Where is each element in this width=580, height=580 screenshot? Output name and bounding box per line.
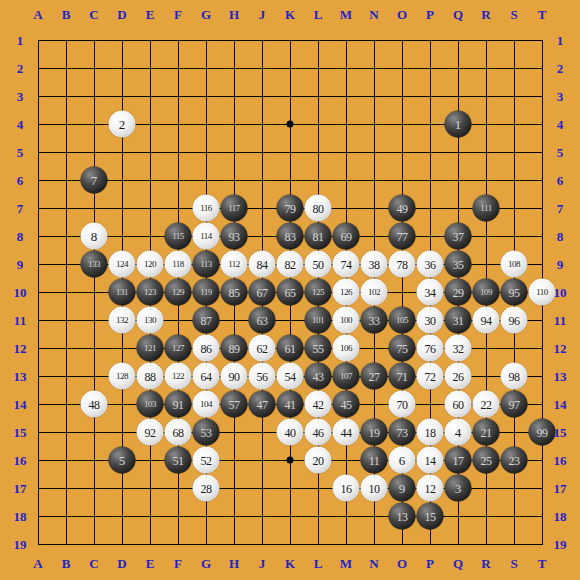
stone-black-9-O17: 9 [389,475,416,502]
stone-white-90-H13: 90 [221,363,248,390]
stone-move-number: 28 [201,482,212,494]
stone-move-number: 86 [201,342,212,354]
stone-move-number: 71 [397,370,408,382]
stone-move-number: 65 [285,286,296,298]
stone-black-3-Q17: 3 [445,475,472,502]
stone-move-number: 101 [312,316,324,325]
stone-move-number: 26 [453,370,464,382]
coord-label-col-bottom-A: A [33,557,42,570]
stone-white-60-Q14: 60 [445,391,472,418]
stone-move-number: 89 [229,342,240,354]
stone-move-number: 107 [340,372,352,381]
stone-black-27-N13: 27 [361,363,388,390]
stone-white-10-N17: 10 [361,475,388,502]
stone-move-number: 132 [116,316,128,325]
coord-label-row-right-5: 5 [557,146,564,159]
stone-move-number: 55 [313,342,324,354]
stone-white-46-L15: 46 [305,419,332,446]
stone-black-131-D10: 131 [109,279,136,306]
stone-move-number: 56 [257,370,268,382]
stone-move-number: 19 [369,426,380,438]
stone-black-127-F12: 127 [165,335,192,362]
stone-move-number: 57 [229,398,240,410]
stone-move-number: 46 [313,426,324,438]
stone-move-number: 103 [144,400,156,409]
stone-black-25-R16: 25 [473,447,500,474]
stone-white-92-E15: 92 [137,419,164,446]
stone-white-76-P12: 76 [417,335,444,362]
stone-black-7-C6: 7 [81,167,108,194]
stone-move-number: 23 [509,454,520,466]
stone-white-6-O16: 6 [389,447,416,474]
stone-white-28-G17: 28 [193,475,220,502]
stone-move-number: 52 [201,454,212,466]
stone-move-number: 78 [397,258,408,270]
stone-white-126-M10: 126 [333,279,360,306]
stone-black-89-H12: 89 [221,335,248,362]
stone-move-number: 13 [397,510,408,522]
coord-label-row-right-16: 16 [554,454,567,467]
coord-label-row-left-7: 7 [17,202,24,215]
stone-white-20-L16: 20 [305,447,332,474]
stone-move-number: 12 [425,482,436,494]
stone-move-number: 95 [509,286,520,298]
stone-move-number: 11 [369,454,380,466]
stone-white-100-M11: 100 [333,307,360,334]
coord-label-col-top-H: H [229,8,239,21]
stone-move-number: 76 [425,342,436,354]
stone-black-91-F14: 91 [165,391,192,418]
stone-black-41-K14: 41 [277,391,304,418]
stone-move-number: 84 [257,258,268,270]
stone-move-number: 60 [453,398,464,410]
stone-move-number: 4 [455,426,462,439]
stone-white-84-J9: 84 [249,251,276,278]
stone-move-number: 87 [201,314,212,326]
stone-move-number: 62 [257,342,268,354]
stone-black-47-J14: 47 [249,391,276,418]
stone-move-number: 33 [369,314,380,326]
stone-move-number: 67 [257,286,268,298]
stone-move-number: 93 [229,230,240,242]
stone-black-51-F16: 51 [165,447,192,474]
coord-label-row-right-1: 1 [557,34,564,47]
stone-black-35-Q9: 35 [445,251,472,278]
stone-move-number: 51 [173,454,184,466]
coord-label-col-top-S: S [510,8,517,21]
coord-label-col-top-O: O [397,8,407,21]
stone-move-number: 100 [340,316,352,325]
stone-black-1-Q4: 1 [445,111,472,138]
stone-white-106-M12: 106 [333,335,360,362]
coord-label-row-right-11: 11 [554,314,566,327]
stone-black-73-O15: 73 [389,419,416,446]
stone-white-82-K9: 82 [277,251,304,278]
stone-move-number: 123 [144,288,156,297]
stone-move-number: 106 [340,344,352,353]
stone-move-number: 3 [455,482,462,495]
stone-move-number: 97 [509,398,520,410]
stone-black-21-R15: 21 [473,419,500,446]
stone-move-number: 119 [200,288,212,297]
stone-black-31-Q11: 31 [445,307,472,334]
coord-label-col-bottom-C: C [89,557,98,570]
stone-move-number: 91 [173,398,184,410]
coord-label-row-right-3: 3 [557,90,564,103]
stone-black-75-O12: 75 [389,335,416,362]
coord-label-col-bottom-F: F [174,557,182,570]
coord-label-col-top-C: C [89,8,98,21]
coord-label-col-top-M: M [340,8,352,21]
stone-move-number: 37 [453,230,464,242]
stone-black-111-R7: 111 [473,195,500,222]
coord-label-row-right-4: 4 [557,118,564,131]
stone-move-number: 6 [399,454,406,467]
stone-move-number: 74 [341,258,352,270]
stone-black-105-O11: 105 [389,307,416,334]
stone-black-119-G10: 119 [193,279,220,306]
coord-label-col-top-N: N [369,8,378,21]
coord-label-row-right-18: 18 [554,510,567,523]
go-board-page: AABBCCDDEEFFGGHHJJKKLLMMNNOOPPQQRRSSTT11… [0,0,580,580]
stone-black-101-L11: 101 [305,307,332,334]
stone-black-69-M8: 69 [333,223,360,250]
stone-white-8-C8: 8 [81,223,108,250]
stone-white-70-O14: 70 [389,391,416,418]
stone-move-number: 108 [508,260,520,269]
stone-move-number: 79 [285,202,296,214]
stone-move-number: 54 [285,370,296,382]
stone-black-61-K12: 61 [277,335,304,362]
stone-move-number: 133 [88,260,100,269]
stone-white-116-G7: 116 [193,195,220,222]
stone-move-number: 131 [116,288,128,297]
coord-label-row-right-14: 14 [554,398,567,411]
stone-move-number: 112 [228,260,240,269]
stone-move-number: 29 [453,286,464,298]
stone-white-4-Q15: 4 [445,419,472,446]
coord-label-col-top-Q: Q [453,8,463,21]
coord-label-col-bottom-J: J [259,557,266,570]
stone-white-122-F13: 122 [165,363,192,390]
coord-label-row-left-2: 2 [17,62,24,75]
stone-move-number: 124 [116,260,128,269]
stone-black-15-P18: 15 [417,503,444,530]
coord-label-col-top-R: R [481,8,490,21]
coord-label-row-left-10: 10 [14,286,27,299]
stone-move-number: 121 [144,344,156,353]
stone-move-number: 77 [397,230,408,242]
stone-move-number: 130 [144,316,156,325]
stone-move-number: 42 [313,398,324,410]
coord-label-row-right-7: 7 [557,202,564,215]
coord-label-row-left-9: 9 [17,258,24,271]
stone-move-number: 16 [341,482,352,494]
coord-label-col-bottom-B: B [62,557,71,570]
stone-move-number: 7 [91,174,98,187]
stone-white-114-G8: 114 [193,223,220,250]
stone-move-number: 36 [425,258,436,270]
star-point-K4 [287,121,294,128]
coord-label-col-bottom-H: H [229,557,239,570]
coord-label-col-bottom-N: N [369,557,378,570]
coord-label-row-left-12: 12 [14,342,27,355]
coord-label-col-top-K: K [285,8,295,21]
stone-move-number: 53 [201,426,212,438]
coord-label-row-left-3: 3 [17,90,24,103]
coord-label-row-left-11: 11 [14,314,26,327]
stone-move-number: 41 [285,398,296,410]
stone-white-38-N9: 38 [361,251,388,278]
stone-move-number: 10 [369,482,380,494]
stone-move-number: 25 [481,454,492,466]
stone-move-number: 2 [119,118,126,131]
coord-label-row-left-5: 5 [17,146,24,159]
stone-move-number: 81 [313,230,324,242]
stone-move-number: 88 [145,370,156,382]
stone-white-88-E13: 88 [137,363,164,390]
stone-black-63-J11: 63 [249,307,276,334]
coord-label-row-left-4: 4 [17,118,24,131]
stone-white-22-R14: 22 [473,391,500,418]
stone-white-30-P11: 30 [417,307,444,334]
coord-label-col-bottom-R: R [481,557,490,570]
coord-label-col-bottom-M: M [340,557,352,570]
coord-label-col-top-G: G [201,8,211,21]
coord-label-row-right-13: 13 [554,370,567,383]
stone-black-133-C9: 133 [81,251,108,278]
coord-label-col-top-E: E [146,8,155,21]
stone-white-62-J12: 62 [249,335,276,362]
coord-label-col-bottom-O: O [397,557,407,570]
coord-label-col-bottom-P: P [426,557,434,570]
stone-move-number: 98 [509,370,520,382]
stone-white-120-E9: 120 [137,251,164,278]
coord-label-row-right-9: 9 [557,258,564,271]
coord-label-row-left-16: 16 [14,454,27,467]
stone-black-65-K10: 65 [277,279,304,306]
stone-black-17-Q16: 17 [445,447,472,474]
stone-move-number: 8 [91,230,98,243]
stone-move-number: 15 [425,510,436,522]
stone-move-number: 48 [89,398,100,410]
stone-move-number: 114 [200,232,212,241]
stone-move-number: 116 [200,204,212,213]
stone-black-79-K7: 79 [277,195,304,222]
coord-label-col-top-P: P [426,8,434,21]
stone-white-128-D13: 128 [109,363,136,390]
stone-move-number: 92 [145,426,156,438]
stone-white-74-M9: 74 [333,251,360,278]
stone-white-86-G12: 86 [193,335,220,362]
stone-white-40-K15: 40 [277,419,304,446]
stone-move-number: 99 [537,426,548,438]
coord-label-col-top-J: J [259,8,266,21]
stone-move-number: 1 [455,118,462,131]
stone-move-number: 82 [285,258,296,270]
stone-move-number: 70 [397,398,408,410]
stone-white-12-P17: 12 [417,475,444,502]
stone-white-118-F9: 118 [165,251,192,278]
coord-label-col-bottom-S: S [510,557,517,570]
stone-black-95-S10: 95 [501,279,528,306]
stone-move-number: 109 [480,288,492,297]
stone-move-number: 44 [341,426,352,438]
coord-label-row-left-18: 18 [14,510,27,523]
stone-move-number: 68 [173,426,184,438]
stone-move-number: 128 [116,372,128,381]
stone-black-115-F8: 115 [165,223,192,250]
stone-black-121-E12: 121 [137,335,164,362]
stone-move-number: 126 [340,288,352,297]
coord-label-col-bottom-L: L [314,557,323,570]
coord-label-row-left-6: 6 [17,174,24,187]
stone-move-number: 27 [369,370,380,382]
stone-move-number: 115 [172,232,184,241]
stone-black-93-H8: 93 [221,223,248,250]
stone-white-16-M17: 16 [333,475,360,502]
stone-move-number: 14 [425,454,436,466]
stone-move-number: 69 [341,230,352,242]
coord-label-col-bottom-K: K [285,557,295,570]
stone-black-129-F10: 129 [165,279,192,306]
stone-move-number: 122 [172,372,184,381]
coord-label-row-right-12: 12 [554,342,567,355]
stone-black-29-Q10: 29 [445,279,472,306]
coord-label-col-bottom-Q: Q [453,557,463,570]
stone-move-number: 90 [229,370,240,382]
coord-label-row-right-8: 8 [557,230,564,243]
star-point-K16 [287,457,294,464]
stone-move-number: 111 [480,204,491,213]
stone-black-103-E14: 103 [137,391,164,418]
stone-white-48-C14: 48 [81,391,108,418]
stone-black-13-O18: 13 [389,503,416,530]
stone-black-55-L12: 55 [305,335,332,362]
stone-move-number: 113 [200,260,212,269]
stone-white-68-F15: 68 [165,419,192,446]
stone-white-2-D4: 2 [109,111,136,138]
stone-move-number: 43 [313,370,324,382]
stone-white-64-G13: 64 [193,363,220,390]
stone-white-42-L14: 42 [305,391,332,418]
coord-label-row-left-19: 19 [14,538,27,551]
stone-move-number: 80 [313,202,324,214]
coord-label-col-bottom-G: G [201,557,211,570]
stone-move-number: 83 [285,230,296,242]
stone-move-number: 96 [509,314,520,326]
stone-move-number: 104 [200,400,212,409]
stone-white-98-S13: 98 [501,363,528,390]
coord-label-row-left-14: 14 [14,398,27,411]
stone-white-34-P10: 34 [417,279,444,306]
stone-move-number: 94 [481,314,492,326]
stone-black-99-T15: 99 [529,419,556,446]
stone-white-124-D9: 124 [109,251,136,278]
stone-move-number: 18 [425,426,436,438]
stone-move-number: 32 [453,342,464,354]
stone-white-52-G16: 52 [193,447,220,474]
coord-label-col-bottom-E: E [146,557,155,570]
coord-label-row-left-8: 8 [17,230,24,243]
stone-move-number: 5 [119,454,126,467]
stone-move-number: 9 [399,482,406,495]
stone-move-number: 75 [397,342,408,354]
stone-black-45-M14: 45 [333,391,360,418]
stone-black-43-L13: 43 [305,363,332,390]
stone-black-67-J10: 67 [249,279,276,306]
coord-label-col-bottom-D: D [117,557,126,570]
stone-move-number: 31 [453,314,464,326]
stone-black-107-M13: 107 [333,363,360,390]
stone-white-104-G14: 104 [193,391,220,418]
coord-label-row-right-19: 19 [554,538,567,551]
stone-move-number: 17 [453,454,464,466]
coord-label-col-top-L: L [314,8,323,21]
stone-black-81-L8: 81 [305,223,332,250]
coord-label-row-left-1: 1 [17,34,24,47]
stone-black-11-N16: 11 [361,447,388,474]
stone-move-number: 117 [228,204,240,213]
stone-move-number: 61 [285,342,296,354]
stone-move-number: 102 [368,288,380,297]
stone-white-110-T10: 110 [529,279,556,306]
stone-white-96-S11: 96 [501,307,528,334]
coord-label-row-right-2: 2 [557,62,564,75]
coord-label-col-top-T: T [538,8,547,21]
stone-white-112-H9: 112 [221,251,248,278]
stone-move-number: 63 [257,314,268,326]
stone-black-85-H10: 85 [221,279,248,306]
stone-black-77-O8: 77 [389,223,416,250]
coord-label-row-left-17: 17 [14,482,27,495]
stone-white-80-L7: 80 [305,195,332,222]
stone-white-102-N10: 102 [361,279,388,306]
stone-white-108-S9: 108 [501,251,528,278]
coord-label-col-bottom-T: T [538,557,547,570]
stone-move-number: 22 [481,398,492,410]
stone-move-number: 45 [341,398,352,410]
stone-move-number: 30 [425,314,436,326]
stone-move-number: 35 [453,258,464,270]
stone-white-56-J13: 56 [249,363,276,390]
stone-black-113-G9: 113 [193,251,220,278]
stone-white-50-L9: 50 [305,251,332,278]
stone-move-number: 125 [312,288,324,297]
stone-black-109-R10: 109 [473,279,500,306]
stone-move-number: 118 [172,260,184,269]
stone-black-83-K8: 83 [277,223,304,250]
stone-move-number: 47 [257,398,268,410]
stone-black-5-D16: 5 [109,447,136,474]
stone-white-26-Q13: 26 [445,363,472,390]
stone-black-37-Q8: 37 [445,223,472,250]
stone-black-33-N11: 33 [361,307,388,334]
stone-white-130-E11: 130 [137,307,164,334]
stone-move-number: 85 [229,286,240,298]
stone-black-97-S14: 97 [501,391,528,418]
stone-black-117-H7: 117 [221,195,248,222]
coord-label-col-top-A: A [33,8,42,21]
stone-move-number: 127 [172,344,184,353]
stone-move-number: 129 [172,288,184,297]
coord-label-row-right-17: 17 [554,482,567,495]
coord-label-col-top-F: F [174,8,182,21]
stone-white-18-P15: 18 [417,419,444,446]
stone-move-number: 34 [425,286,436,298]
stone-black-87-G11: 87 [193,307,220,334]
coord-label-row-left-15: 15 [14,426,27,439]
